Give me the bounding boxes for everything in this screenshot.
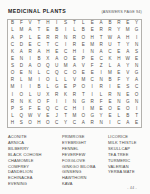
grid-cell: Q — [52, 70, 61, 77]
grid-cell: I — [61, 98, 70, 105]
grid-cell: R — [52, 34, 61, 41]
grid-cell: M — [123, 27, 132, 34]
grid-cell: N — [97, 120, 106, 127]
grid-cell: F — [114, 77, 123, 84]
grid-cell: A — [17, 49, 26, 56]
grid-cell: I — [97, 70, 106, 77]
word-list-item: YERBA MATE — [108, 169, 142, 175]
grid-cell: R — [52, 91, 61, 98]
grid-cell: H — [35, 120, 44, 127]
grid-cell: C — [88, 77, 97, 84]
grid-cell: S — [17, 120, 26, 127]
grid-cell: H — [43, 20, 52, 27]
grid-cell: V — [70, 77, 79, 84]
grid-cell: I — [61, 27, 70, 34]
grid-cell: T — [43, 41, 52, 48]
grid-cell: K — [61, 91, 70, 98]
grid-cell: M — [79, 77, 88, 84]
grid-cell: C — [52, 120, 61, 127]
grid-cell: I — [35, 77, 44, 84]
grid-cell: O — [61, 56, 70, 63]
grid-cell: T — [70, 20, 79, 27]
grid-cell: Y — [123, 63, 132, 70]
grid-cell: R — [70, 34, 79, 41]
grid-cell: I — [106, 120, 115, 127]
grid-cell: O — [43, 77, 52, 84]
grid-cell: P — [8, 106, 17, 113]
grid-cell: Y — [97, 113, 106, 120]
grid-cell: Q — [43, 63, 52, 70]
grid-cell: O — [35, 63, 44, 70]
grid-cell: Y — [114, 27, 123, 34]
grid-cell: E — [52, 49, 61, 56]
grid-cell: Y — [123, 77, 132, 84]
grid-cell: M — [8, 84, 17, 91]
grid-cell: V — [35, 113, 44, 120]
grid-cell: L — [17, 77, 26, 84]
grid-cell: E — [88, 70, 97, 77]
grid-cell: I — [26, 84, 35, 91]
grid-cell: M — [88, 106, 97, 113]
grid-cell: R — [106, 91, 115, 98]
grid-cell: P — [79, 56, 88, 63]
grid-cell: A — [79, 120, 88, 127]
grid-cell: A — [70, 63, 79, 70]
word-search-grid: BFVTHISTLEABREYLMATEBILBERRYMGAPLERRNROH… — [7, 19, 142, 128]
grid-cell: R — [106, 27, 115, 34]
grid-cell: L — [114, 113, 123, 120]
grid-cell: R — [97, 27, 106, 34]
grid-cell: A — [8, 34, 17, 41]
grid-cell: B — [52, 27, 61, 34]
grid-cell: M — [70, 113, 79, 120]
grid-cell: K — [8, 49, 17, 56]
grid-cell: P — [17, 34, 26, 41]
grid-cell: E — [114, 70, 123, 77]
grid-cell: E — [114, 106, 123, 113]
grid-cell: K — [26, 98, 35, 105]
grid-cell: L — [35, 70, 44, 77]
grid-cell: J — [52, 113, 61, 120]
word-list-item: EVENING — [8, 181, 62, 187]
grid-cell: W — [26, 113, 35, 120]
grid-cell: L — [26, 91, 35, 98]
grid-cell: R — [70, 41, 79, 48]
grid-cell: H — [8, 120, 17, 127]
grid-cell: C — [70, 120, 79, 127]
grid-cell: M — [88, 41, 97, 48]
grid-cell: E — [123, 20, 132, 27]
grid-cell: E — [123, 91, 132, 98]
grid-cell: N — [88, 49, 97, 56]
grid-cell: E — [43, 27, 52, 34]
grid-cell: Q — [17, 113, 26, 120]
grid-cell: X — [43, 56, 52, 63]
grid-cell: L — [26, 34, 35, 41]
grid-cell: R — [8, 77, 17, 84]
grid-cell: F — [26, 106, 35, 113]
grid-cell: M — [26, 77, 35, 84]
grid-cell: O — [132, 91, 141, 98]
grid-cell: L — [70, 27, 79, 34]
grid-cell: F — [17, 20, 26, 27]
grid-cell: N — [97, 77, 106, 84]
grid-cell: L — [97, 91, 106, 98]
grid-cell: C — [8, 41, 17, 48]
grid-cell: E — [106, 113, 115, 120]
grid-cell: O — [70, 70, 79, 77]
grid-cell: O — [106, 106, 115, 113]
grid-cell: E — [79, 70, 88, 77]
grid-cell: A — [123, 120, 132, 127]
grid-cell: B — [79, 27, 88, 34]
grid-cell: B — [123, 113, 132, 120]
grid-cell: A — [114, 63, 123, 70]
grid-cell: G — [132, 27, 141, 34]
grid-cell: M — [106, 70, 115, 77]
grid-cell: G — [88, 113, 97, 120]
grid-cell: S — [17, 106, 26, 113]
grid-cell: O — [35, 98, 44, 105]
grid-cell: T — [79, 91, 88, 98]
grid-cell: A — [123, 49, 132, 56]
grid-cell: H — [123, 34, 132, 41]
grid-cell: R — [88, 120, 97, 127]
grid-cell: E — [8, 56, 17, 63]
grid-cell: S — [123, 84, 132, 91]
grid-cell: N — [132, 41, 141, 48]
grid-cell: S — [132, 49, 141, 56]
grid-cell: I — [26, 56, 35, 63]
grid-cell: I — [61, 41, 70, 48]
grid-cell: L — [52, 77, 61, 84]
grid-cell: B — [106, 20, 115, 27]
grid-cell: U — [35, 91, 44, 98]
grid-cell: E — [88, 20, 97, 27]
grid-cell: C — [61, 70, 70, 77]
grid-cell: E — [70, 56, 79, 63]
grid-cell: A — [132, 77, 141, 84]
grid-cell: R — [8, 98, 17, 105]
grid-cell: X — [43, 91, 52, 98]
grid-cell: C — [97, 56, 106, 63]
grid-cell: R — [26, 49, 35, 56]
grid-cell: I — [79, 49, 88, 56]
grid-cell: C — [35, 41, 44, 48]
grid-cell: A — [97, 20, 106, 27]
grid-cell: R — [97, 84, 106, 91]
puzzle-title: MEDICINAL PLANTS — [8, 8, 66, 14]
page-number: - 44 - — [127, 186, 137, 190]
grid-cell: E — [35, 34, 44, 41]
grid-cell: U — [106, 41, 115, 48]
grid-cell: E — [43, 113, 52, 120]
grid-cell: N — [132, 63, 141, 70]
grid-cell: V — [26, 20, 35, 27]
grid-cell: C — [132, 84, 141, 91]
grid-cell: I — [8, 91, 17, 98]
grid-cell: I — [132, 34, 141, 41]
grid-cell: I — [88, 84, 97, 91]
grid-cell: L — [8, 113, 17, 120]
grid-cell: G — [52, 84, 61, 91]
grid-cell: O — [43, 120, 52, 127]
grid-cell: U — [52, 63, 61, 70]
word-list: ACONITEARNICABILBERRYBLACK COHOSHCHAMOMI… — [8, 134, 142, 187]
grid-cell: R — [97, 41, 106, 48]
grid-cell: E — [17, 70, 26, 77]
grid-cell: E — [114, 84, 123, 91]
grid-cell: O — [79, 113, 88, 120]
grid-cell: Q — [43, 106, 52, 113]
word-list-column: PRIMROSEEYEBRIGHTFENNELFEVERFEWFOXGLOVEG… — [62, 134, 108, 187]
grid-cell: R — [70, 91, 79, 98]
grid-cell: E — [79, 41, 88, 48]
grid-cell: E — [35, 106, 44, 113]
grid-cell: T — [132, 113, 141, 120]
grid-cell: N — [17, 98, 26, 105]
grid-cell: I — [17, 84, 26, 91]
grid-cell: I — [52, 20, 61, 27]
grid-cell: P — [70, 84, 79, 91]
grid-cell: N — [132, 98, 141, 105]
grid-cell: L — [79, 20, 88, 27]
grid-cell: B — [35, 56, 44, 63]
grid-cell: V — [123, 70, 132, 77]
grid-cell: I — [106, 84, 115, 91]
grid-cell: A — [114, 34, 123, 41]
grid-cell: N — [17, 56, 26, 63]
grid-cell: L — [43, 84, 52, 91]
grid-cell: L — [106, 63, 115, 70]
grid-cell: E — [114, 49, 123, 56]
word-list-column: ACONITEARNICABILBERRYBLACK COHOSHCHAMOMI… — [8, 134, 62, 187]
grid-cell: H — [43, 49, 52, 56]
grid-cell: O — [79, 84, 88, 91]
grid-cell: E — [26, 41, 35, 48]
grid-cell: D — [17, 41, 26, 48]
grid-cell: B — [8, 20, 17, 27]
grid-cell: V — [79, 63, 88, 70]
grid-cell: S — [8, 63, 17, 70]
grid-cell: E — [61, 84, 70, 91]
grid-cell: G — [132, 70, 141, 77]
grid-cell: C — [52, 41, 61, 48]
grid-cell: Y — [61, 120, 70, 127]
grid-cell: T — [61, 113, 70, 120]
grid-cell: T — [114, 41, 123, 48]
grid-cell: N — [70, 98, 79, 105]
grid-cell: L — [61, 77, 70, 84]
grid-cell: M — [61, 63, 70, 70]
grid-cell: Z — [97, 63, 106, 70]
grid-cell: Y — [132, 20, 141, 27]
grid-cell: T — [35, 20, 44, 27]
grid-cell: E — [132, 120, 141, 127]
grid-cell: C — [52, 106, 61, 113]
grid-cell: C — [43, 70, 52, 77]
grid-cell: I — [79, 106, 88, 113]
grid-cell: R — [43, 34, 52, 41]
page-header: MEDICINAL PLANTS (ANSWERS PAGE 94) — [0, 0, 150, 18]
answers-page-note: (ANSWERS PAGE 94) — [101, 10, 142, 14]
grid-cell: O — [26, 120, 35, 127]
grid-cell: G — [123, 98, 132, 105]
grid-cell: I — [132, 106, 141, 113]
grid-cell: N — [61, 34, 70, 41]
word-list-column: LICORICEMILK THISTLESKULLCAPTEA TREETURM… — [108, 134, 142, 187]
grid-cell: N — [114, 98, 123, 105]
grid-cell: R — [88, 98, 97, 105]
word-list-item: KAVA — [62, 181, 108, 187]
grid-cell: C — [61, 106, 70, 113]
grid-cell: G — [79, 98, 88, 105]
grid-cell: N — [114, 91, 123, 98]
grid-cell: Y — [123, 41, 132, 48]
grid-cell: W — [106, 34, 115, 41]
grid-cell: O — [8, 70, 17, 77]
grid-cell: K — [106, 56, 115, 63]
grid-cell: B — [106, 77, 115, 84]
grid-cell: F — [88, 63, 97, 70]
grid-cell: L — [8, 27, 17, 34]
grid-cell: I — [88, 91, 97, 98]
grid-cell: F — [43, 98, 52, 105]
grid-cell: E — [88, 56, 97, 63]
grid-cell: C — [61, 49, 70, 56]
grid-cell: H — [70, 106, 79, 113]
grid-cell: H — [114, 56, 123, 63]
grid-cell: E — [106, 98, 115, 105]
grid-cell: M — [17, 27, 26, 34]
grid-cell: O — [79, 34, 88, 41]
grid-cell: A — [97, 49, 106, 56]
grid-cell: A — [26, 27, 35, 34]
grid-cell: A — [52, 56, 61, 63]
grid-cell: A — [35, 49, 44, 56]
grid-cell: R — [114, 20, 123, 27]
grid-cell: C — [106, 49, 115, 56]
grid-cell: N — [26, 70, 35, 77]
grid-cell: C — [114, 120, 123, 127]
grid-cell: D — [17, 63, 26, 70]
grid-cell: I — [52, 98, 61, 105]
grid-cell: H — [70, 49, 79, 56]
grid-cell: S — [61, 20, 70, 27]
grid-cell: E — [97, 106, 106, 113]
grid-cell: T — [35, 27, 44, 34]
grid-cell: A — [26, 63, 35, 70]
grid-cell: B — [35, 84, 44, 91]
grid-cell: H — [88, 34, 97, 41]
grid-cell: E — [88, 27, 97, 34]
grid-cell: F — [97, 98, 106, 105]
grid-cell: E — [132, 56, 141, 63]
grid-cell: T — [97, 34, 106, 41]
grid-cell: W — [123, 56, 132, 63]
grid-cell: O — [123, 106, 132, 113]
grid-cell: O — [17, 91, 26, 98]
